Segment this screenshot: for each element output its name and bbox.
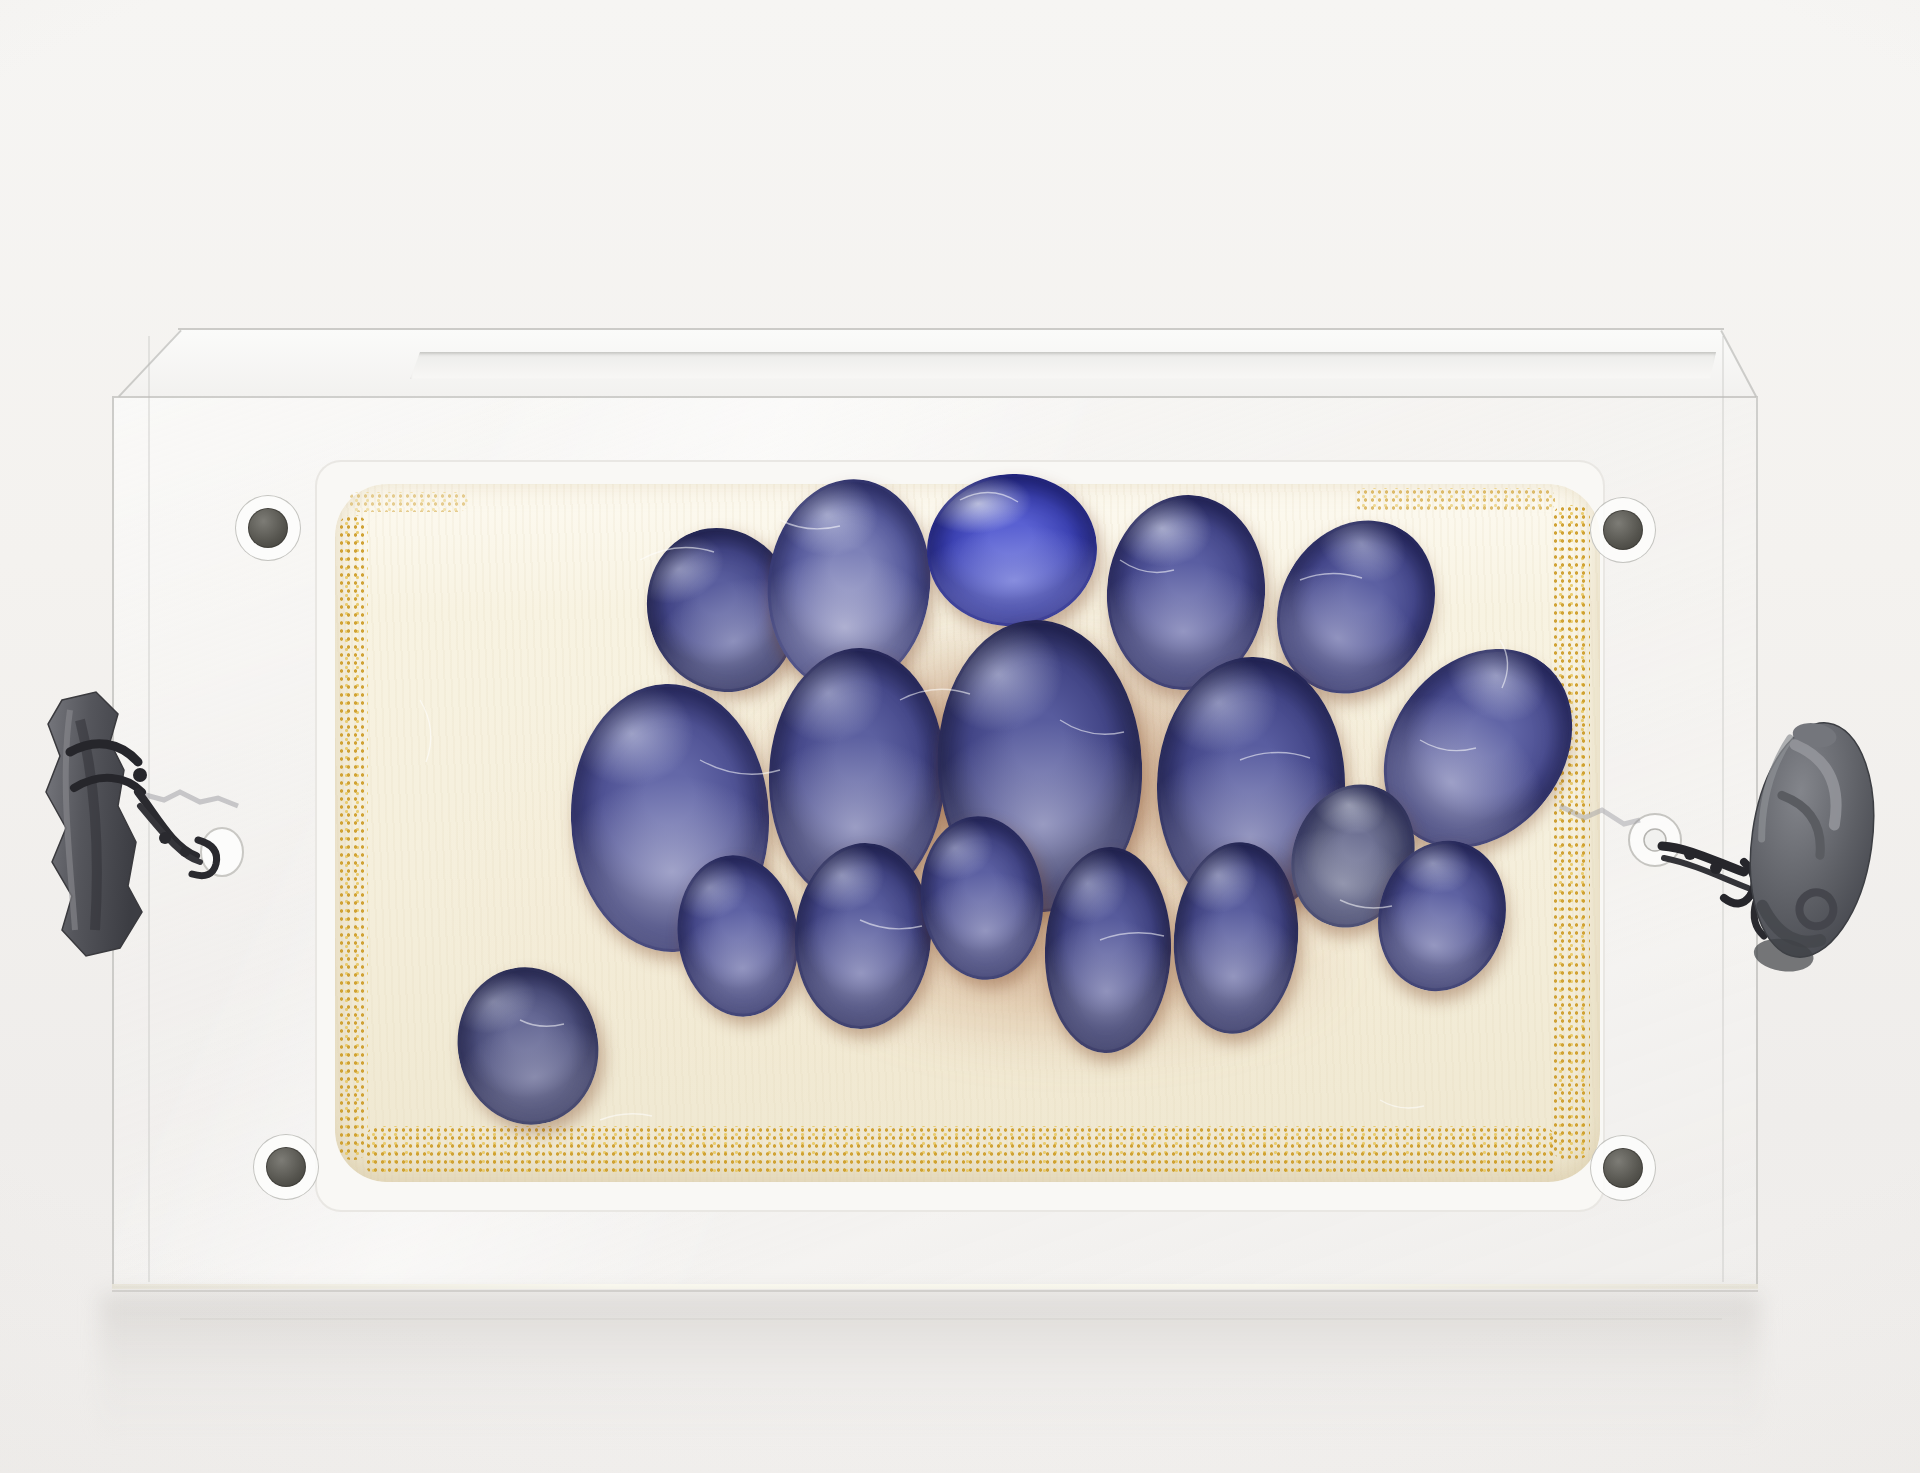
photo-gemstone-case	[0, 0, 1920, 1473]
seal-wire-right	[1662, 846, 1764, 936]
security-seal-left	[46, 692, 142, 956]
drill-hole-left	[142, 792, 243, 876]
security-seals	[0, 0, 1920, 1473]
security-seal-right	[1734, 715, 1888, 981]
